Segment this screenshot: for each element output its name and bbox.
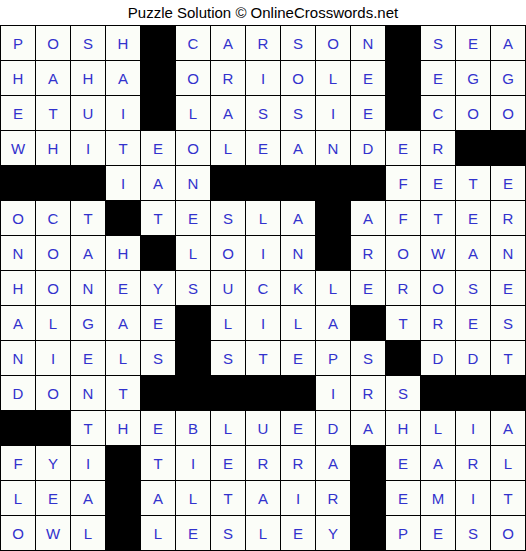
letter-cell: O xyxy=(1,201,35,235)
letter-cell: A xyxy=(71,236,105,270)
letter-cell: D xyxy=(456,341,490,375)
letter-cell: S xyxy=(176,271,210,305)
letter-cell: A xyxy=(106,306,140,340)
letter-cell: F xyxy=(386,201,420,235)
letter-cell: D xyxy=(1,376,35,410)
letter-cell: F xyxy=(1,446,35,480)
letter-cell: O xyxy=(316,26,350,60)
letter-cell: S xyxy=(421,26,455,60)
letter-cell: S xyxy=(281,96,315,130)
title-bar: Puzzle Solution © OnlineCrosswords.net xyxy=(0,0,526,25)
letter-cell: N xyxy=(281,236,315,270)
letter-cell: L xyxy=(176,96,210,130)
letter-cell: O xyxy=(491,96,525,130)
letter-cell: A xyxy=(211,26,245,60)
letter-cell: I xyxy=(316,96,350,130)
letter-cell: E xyxy=(456,306,490,340)
letter-cell: N xyxy=(71,376,105,410)
black-cell xyxy=(491,131,525,165)
letter-cell: O xyxy=(36,376,70,410)
letter-cell: I xyxy=(456,411,490,445)
letter-cell: N xyxy=(491,236,525,270)
letter-cell: S xyxy=(211,341,245,375)
letter-cell: U xyxy=(71,96,105,130)
letter-cell: O xyxy=(1,516,35,550)
black-cell xyxy=(491,376,525,410)
black-cell xyxy=(141,26,175,60)
letter-cell: T xyxy=(36,96,70,130)
letter-cell: E xyxy=(421,516,455,550)
black-cell xyxy=(36,411,70,445)
letter-cell: T xyxy=(141,201,175,235)
letter-cell: S xyxy=(211,201,245,235)
letter-cell: O xyxy=(456,96,490,130)
letter-cell: P xyxy=(316,341,350,375)
black-cell xyxy=(386,96,420,130)
letter-cell: D xyxy=(421,341,455,375)
black-cell xyxy=(211,166,245,200)
letter-cell: G xyxy=(456,61,490,95)
letter-cell: L xyxy=(176,481,210,515)
letter-cell: A xyxy=(491,26,525,60)
letter-cell: A xyxy=(421,446,455,480)
letter-cell: T xyxy=(421,201,455,235)
letter-cell: N xyxy=(316,131,350,165)
letter-cell: W xyxy=(1,131,35,165)
letter-cell: L xyxy=(246,201,280,235)
letter-cell: A xyxy=(106,61,140,95)
letter-cell: R xyxy=(456,446,490,480)
letter-cell: I xyxy=(281,481,315,515)
letter-cell: R xyxy=(491,201,525,235)
black-cell xyxy=(141,236,175,270)
black-cell xyxy=(246,376,280,410)
letter-cell: I xyxy=(246,306,280,340)
letter-cell: L xyxy=(246,516,280,550)
letter-cell: K xyxy=(281,271,315,305)
letter-cell: Y xyxy=(141,271,175,305)
letter-cell: A xyxy=(316,306,350,340)
letter-cell: A xyxy=(281,201,315,235)
letter-cell: E xyxy=(141,411,175,445)
letter-cell: E xyxy=(421,61,455,95)
black-cell xyxy=(456,376,490,410)
letter-cell: R xyxy=(421,131,455,165)
letter-cell: W xyxy=(36,516,70,550)
letter-cell: E xyxy=(211,446,245,480)
letter-cell: H xyxy=(1,61,35,95)
letter-cell: E xyxy=(386,446,420,480)
letter-cell: E xyxy=(421,166,455,200)
black-cell xyxy=(211,376,245,410)
letter-cell: E xyxy=(351,61,385,95)
letter-cell: N xyxy=(1,341,35,375)
letter-cell: H xyxy=(1,271,35,305)
letter-cell: O xyxy=(211,236,245,270)
letter-cell: R xyxy=(351,236,385,270)
letter-cell: S xyxy=(386,376,420,410)
black-cell xyxy=(1,411,35,445)
black-cell xyxy=(106,446,140,480)
letter-cell: E xyxy=(176,201,210,235)
letter-cell: T xyxy=(106,131,140,165)
letter-cell: L xyxy=(316,61,350,95)
letter-cell: H xyxy=(106,26,140,60)
letter-cell: R xyxy=(386,271,420,305)
letter-cell: G xyxy=(491,61,525,95)
letter-cell: S xyxy=(141,341,175,375)
letter-cell: H xyxy=(106,411,140,445)
letter-cell: E xyxy=(281,411,315,445)
letter-cell: I xyxy=(246,236,280,270)
letter-cell: T xyxy=(386,306,420,340)
letter-cell: I xyxy=(36,341,70,375)
letter-cell: N xyxy=(351,26,385,60)
letter-cell: T xyxy=(71,411,105,445)
letter-cell: A xyxy=(1,306,35,340)
letter-cell: T xyxy=(106,376,140,410)
letter-cell: M xyxy=(421,481,455,515)
letter-cell: R xyxy=(246,446,280,480)
letter-cell: H xyxy=(386,411,420,445)
letter-cell: R xyxy=(351,376,385,410)
letter-cell: O xyxy=(281,61,315,95)
black-cell xyxy=(246,166,280,200)
letter-cell: E xyxy=(386,131,420,165)
letter-cell: A xyxy=(246,481,280,515)
letter-cell: L xyxy=(211,411,245,445)
black-cell xyxy=(281,166,315,200)
letter-cell: R xyxy=(421,306,455,340)
letter-cell: E xyxy=(456,26,490,60)
letter-cell: O xyxy=(176,131,210,165)
page-title: Puzzle Solution © OnlineCrosswords.net xyxy=(128,4,398,21)
letter-cell: I xyxy=(106,96,140,130)
letter-cell: L xyxy=(1,481,35,515)
letter-cell: S xyxy=(246,96,280,130)
letter-cell: R xyxy=(281,446,315,480)
letter-cell: E xyxy=(1,96,35,130)
letter-cell: R xyxy=(246,26,280,60)
letter-cell: U xyxy=(246,411,280,445)
letter-cell: E xyxy=(491,166,525,200)
letter-cell: T xyxy=(211,481,245,515)
letter-cell: N xyxy=(176,166,210,200)
letter-cell: I xyxy=(246,61,280,95)
letter-cell: E xyxy=(386,481,420,515)
black-cell xyxy=(36,166,70,200)
black-cell xyxy=(351,481,385,515)
letter-cell: T xyxy=(71,201,105,235)
letter-cell: O xyxy=(421,271,455,305)
letter-cell: P xyxy=(1,26,35,60)
letter-cell: L xyxy=(71,516,105,550)
letter-cell: T xyxy=(456,166,490,200)
letter-cell: C xyxy=(176,26,210,60)
black-cell xyxy=(176,341,210,375)
letter-cell: H xyxy=(36,131,70,165)
letter-cell: R xyxy=(316,481,350,515)
letter-cell: I xyxy=(71,446,105,480)
black-cell xyxy=(316,201,350,235)
letter-cell: S xyxy=(456,516,490,550)
letter-cell: L xyxy=(316,271,350,305)
letter-cell: O xyxy=(176,61,210,95)
letter-cell: N xyxy=(71,271,105,305)
letter-cell: A xyxy=(71,481,105,515)
letter-cell: I xyxy=(456,481,490,515)
letter-cell: H xyxy=(71,61,105,95)
letter-cell: L xyxy=(36,306,70,340)
letter-cell: A xyxy=(141,166,175,200)
black-cell xyxy=(281,376,315,410)
black-cell xyxy=(351,446,385,480)
letter-cell: E xyxy=(141,306,175,340)
letter-cell: O xyxy=(36,271,70,305)
letter-cell: E xyxy=(141,131,175,165)
letter-cell: L xyxy=(211,131,245,165)
letter-cell: E xyxy=(456,201,490,235)
letter-cell: C xyxy=(246,271,280,305)
letter-cell: O xyxy=(491,516,525,550)
letter-cell: I xyxy=(106,166,140,200)
letter-cell: T xyxy=(491,341,525,375)
letter-cell: D xyxy=(351,131,385,165)
letter-cell: S xyxy=(491,306,525,340)
black-cell xyxy=(71,166,105,200)
letter-cell: I xyxy=(176,446,210,480)
letter-cell: D xyxy=(316,411,350,445)
black-cell xyxy=(351,306,385,340)
letter-cell: A xyxy=(316,446,350,480)
letter-cell: H xyxy=(106,236,140,270)
black-cell xyxy=(386,341,420,375)
letter-cell: A xyxy=(211,96,245,130)
black-cell xyxy=(176,306,210,340)
letter-cell: A xyxy=(36,61,70,95)
letter-cell: E xyxy=(106,271,140,305)
letter-cell: E xyxy=(246,131,280,165)
letter-cell: Y xyxy=(316,516,350,550)
letter-cell: O xyxy=(386,236,420,270)
black-cell xyxy=(421,376,455,410)
letter-cell: R xyxy=(211,61,245,95)
letter-cell: I xyxy=(71,131,105,165)
letter-cell: A xyxy=(141,481,175,515)
letter-cell: S xyxy=(211,516,245,550)
letter-cell: O xyxy=(36,236,70,270)
letter-cell: S xyxy=(351,341,385,375)
letter-cell: E xyxy=(176,516,210,550)
black-cell xyxy=(141,96,175,130)
black-cell xyxy=(106,481,140,515)
letter-cell: P xyxy=(386,516,420,550)
letter-cell: W xyxy=(421,236,455,270)
letter-cell: S xyxy=(456,271,490,305)
letter-cell: N xyxy=(1,236,35,270)
letter-cell: Y xyxy=(36,446,70,480)
black-cell xyxy=(106,516,140,550)
letter-cell: A xyxy=(491,411,525,445)
letter-cell: C xyxy=(421,96,455,130)
letter-cell: F xyxy=(386,166,420,200)
black-cell xyxy=(351,516,385,550)
letter-cell: I xyxy=(316,376,350,410)
black-cell xyxy=(106,201,140,235)
letter-cell: T xyxy=(246,341,280,375)
letter-cell: E xyxy=(351,271,385,305)
letter-cell: T xyxy=(491,481,525,515)
letter-cell: B xyxy=(176,411,210,445)
letter-cell: E xyxy=(36,481,70,515)
letter-cell: G xyxy=(71,306,105,340)
black-cell xyxy=(386,61,420,95)
black-cell xyxy=(1,166,35,200)
letter-cell: L xyxy=(141,516,175,550)
black-cell xyxy=(456,131,490,165)
puzzle-solution-page: Puzzle Solution © OnlineCrosswords.net P… xyxy=(0,0,526,551)
letter-cell: O xyxy=(36,26,70,60)
letter-cell: C xyxy=(36,201,70,235)
letter-cell: L xyxy=(211,306,245,340)
letter-cell: U xyxy=(211,271,245,305)
letter-cell: E xyxy=(281,516,315,550)
letter-cell: E xyxy=(351,96,385,130)
black-cell xyxy=(316,236,350,270)
crossword-grid: POSHCARSONSEAHAHAORIOLEEGGETUILASSIECOOW… xyxy=(0,25,526,551)
black-cell xyxy=(141,376,175,410)
letter-cell: A xyxy=(351,201,385,235)
letter-cell: E xyxy=(71,341,105,375)
black-cell xyxy=(176,376,210,410)
letter-cell: E xyxy=(281,341,315,375)
letter-cell: L xyxy=(421,411,455,445)
letter-cell: L xyxy=(106,341,140,375)
black-cell xyxy=(386,26,420,60)
letter-cell: A xyxy=(351,411,385,445)
letter-cell: L xyxy=(281,306,315,340)
letter-cell: T xyxy=(141,446,175,480)
letter-cell: S xyxy=(281,26,315,60)
black-cell xyxy=(141,61,175,95)
letter-cell: A xyxy=(281,131,315,165)
letter-cell: A xyxy=(456,236,490,270)
black-cell xyxy=(351,166,385,200)
letter-cell: L xyxy=(176,236,210,270)
black-cell xyxy=(316,166,350,200)
letter-cell: L xyxy=(491,446,525,480)
letter-cell: S xyxy=(71,26,105,60)
letter-cell: E xyxy=(491,271,525,305)
